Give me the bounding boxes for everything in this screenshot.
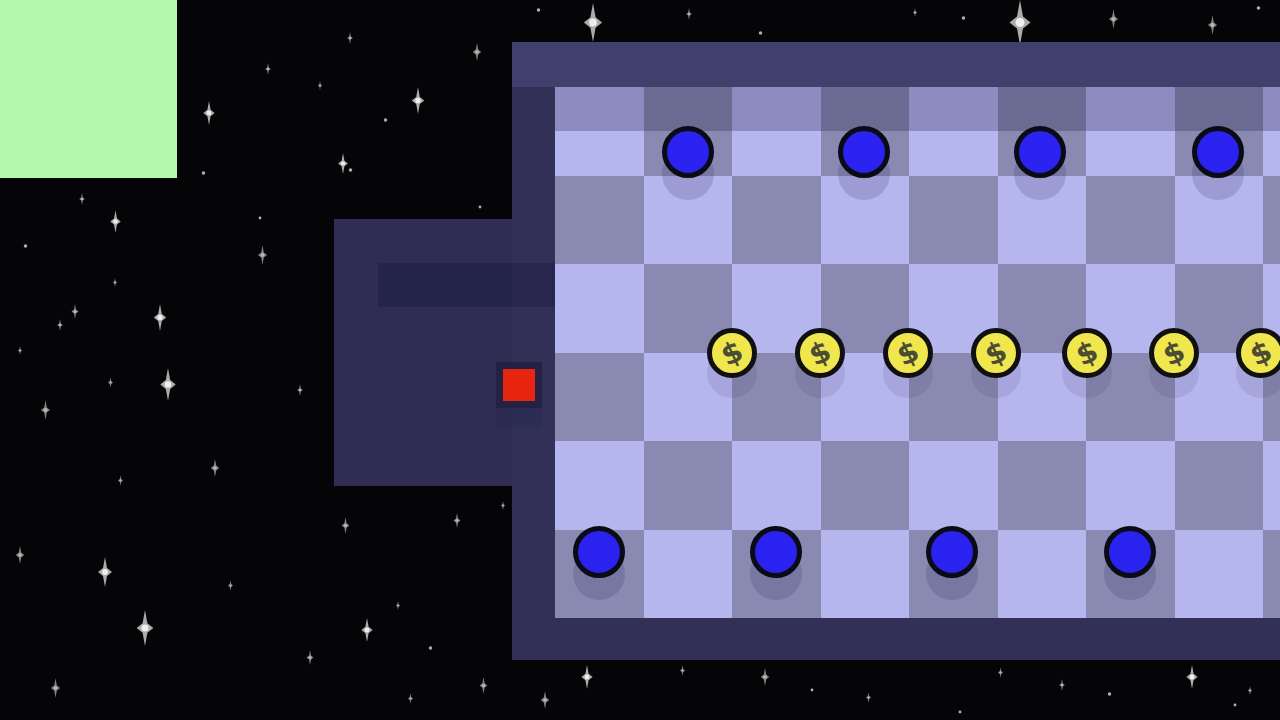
coin-dollar: $ <box>1236 328 1280 378</box>
game-viewport[interactable]: $$$$$$$ <box>0 0 1280 720</box>
enemy-blue-circle <box>1014 126 1066 178</box>
enemy-blue-circle <box>1192 126 1244 178</box>
enemy-blue-circle <box>926 526 978 578</box>
enemy-blue-circle <box>838 126 890 178</box>
enemy-blue-circle <box>573 526 625 578</box>
dollar-sign: $ <box>981 336 1012 371</box>
coin-dollar: $ <box>707 328 757 378</box>
coin-dollar: $ <box>1062 328 1112 378</box>
dollar-sign: $ <box>1159 336 1190 371</box>
enemy-blue-circle <box>1104 526 1156 578</box>
player-red-square[interactable] <box>496 362 542 408</box>
coin-dollar: $ <box>1149 328 1199 378</box>
enemy-blue-circle <box>750 526 802 578</box>
dollar-sign: $ <box>805 336 836 371</box>
enemy-blue-circle <box>662 126 714 178</box>
dollar-sign: $ <box>893 336 924 371</box>
piece-layer: $$$$$$$ <box>0 0 1280 720</box>
dollar-sign: $ <box>717 336 748 371</box>
coin-dollar: $ <box>971 328 1021 378</box>
coin-dollar: $ <box>883 328 933 378</box>
dollar-sign: $ <box>1246 336 1277 371</box>
dollar-sign: $ <box>1072 336 1103 371</box>
coin-dollar: $ <box>795 328 845 378</box>
